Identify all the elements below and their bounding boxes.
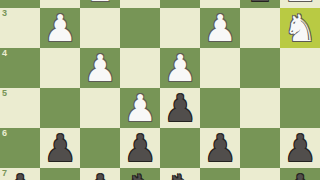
square-f3[interactable] [80,8,120,48]
chess-app-viewport: 2♝♛♟3♟♟♞4♟♟5♟♟6♟♟♟♟7♟♟♞♞♟ [0,0,320,180]
square-g6[interactable]: ♟ [40,128,80,168]
square-d6[interactable] [160,128,200,168]
white-pawn-g3-icon[interactable]: ♟ [43,9,76,49]
square-h6[interactable]: 6 [0,128,40,168]
square-h4[interactable]: 4 [0,48,40,88]
square-f5[interactable] [80,88,120,128]
square-f7[interactable]: ♟ [80,168,120,180]
square-d4[interactable]: ♟ [160,48,200,88]
white-pawn-f4-icon[interactable]: ♟ [83,49,116,89]
black-pawn-d5-icon[interactable]: ♟ [163,89,196,129]
square-c3[interactable]: ♟ [200,8,240,48]
square-d3[interactable] [160,8,200,48]
square-c6[interactable]: ♟ [200,128,240,168]
rank-label-6: 6 [2,129,7,138]
square-b6[interactable] [240,128,280,168]
rank-label-5: 5 [2,89,7,98]
rank-label-3: 3 [2,9,7,18]
square-f6[interactable] [80,128,120,168]
square-g7[interactable] [40,168,80,180]
square-b5[interactable] [240,88,280,128]
black-knight-e7-icon[interactable]: ♞ [123,169,156,180]
square-c5[interactable] [200,88,240,128]
black-pawn-a6-icon[interactable]: ♟ [283,129,316,169]
square-e2[interactable] [120,0,160,8]
black-pawn-e6-icon[interactable]: ♟ [123,129,156,169]
square-h7[interactable]: 7♟ [0,168,40,180]
white-knight-a3-icon[interactable]: ♞ [283,9,316,49]
square-e4[interactable] [120,48,160,88]
white-pawn-e5-icon[interactable]: ♟ [123,89,156,129]
square-c7[interactable] [200,168,240,180]
square-c4[interactable] [200,48,240,88]
square-g4[interactable] [40,48,80,88]
square-d7[interactable]: ♞ [160,168,200,180]
white-pawn-d4-icon[interactable]: ♟ [163,49,196,89]
black-pawn-g6-icon[interactable]: ♟ [43,129,76,169]
square-b4[interactable] [240,48,280,88]
square-a7[interactable]: ♟ [280,168,320,180]
square-d5[interactable]: ♟ [160,88,200,128]
square-h2[interactable]: 2 [0,0,40,8]
square-e6[interactable]: ♟ [120,128,160,168]
square-f2[interactable]: ♝ [80,0,120,8]
square-a6[interactable]: ♟ [280,128,320,168]
square-e3[interactable] [120,8,160,48]
black-pawn-h7-icon[interactable]: ♟ [3,169,36,180]
square-b7[interactable] [240,168,280,180]
square-a5[interactable] [280,88,320,128]
square-d2[interactable] [160,0,200,8]
chess-board[interactable]: 2♝♛♟3♟♟♞4♟♟5♟♟6♟♟♟♟7♟♟♞♞♟ [0,0,320,180]
square-b2[interactable]: ♛ [240,0,280,8]
black-knight-d7-icon[interactable]: ♞ [163,169,196,180]
rank-label-4: 4 [2,49,7,58]
black-pawn-c6-icon[interactable]: ♟ [203,129,236,169]
black-pawn-a7-icon[interactable]: ♟ [283,169,316,180]
black-pawn-f7-icon[interactable]: ♟ [83,169,116,180]
square-b3[interactable] [240,8,280,48]
square-g5[interactable] [40,88,80,128]
square-f4[interactable]: ♟ [80,48,120,88]
square-e5[interactable]: ♟ [120,88,160,128]
square-g3[interactable]: ♟ [40,8,80,48]
square-a4[interactable] [280,48,320,88]
square-a3[interactable]: ♞ [280,8,320,48]
square-h5[interactable]: 5 [0,88,40,128]
square-e7[interactable]: ♞ [120,168,160,180]
square-h3[interactable]: 3 [0,8,40,48]
white-pawn-c3-icon[interactable]: ♟ [203,9,236,49]
